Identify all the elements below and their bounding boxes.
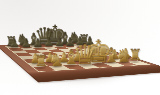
chess-set-photo: ♜♞♝♛♚♝♞♜♟♟♟♟♟♟♟♟♟♟♟♟♟♟♟♟♜♞♝♛♚♝♞♜ xyxy=(0,0,160,95)
piece-black-pawn: ♟ xyxy=(6,38,24,50)
pieces-layer: ♜♞♝♛♚♝♞♜♟♟♟♟♟♟♟♟♟♟♟♟♟♟♟♟♜♞♝♛♚♝♞♜ xyxy=(0,0,160,95)
piece-white-rook: ♜ xyxy=(30,54,53,69)
